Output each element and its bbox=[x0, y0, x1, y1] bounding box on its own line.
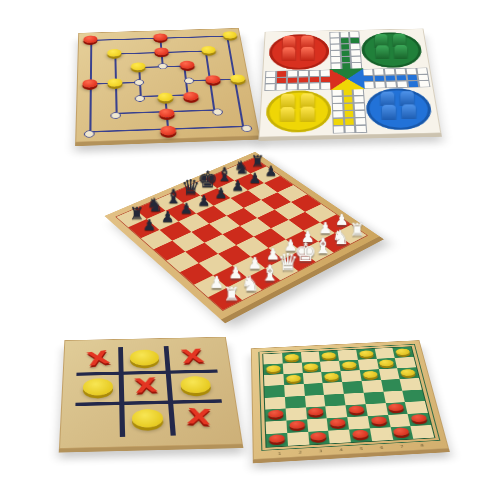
checkers-square bbox=[287, 431, 309, 445]
ludo-cell bbox=[349, 31, 360, 37]
nine-mens-morris-board bbox=[75, 28, 260, 142]
ludo-cell bbox=[287, 64, 298, 71]
page: { "game": "5-in-1 wooden board game set:… bbox=[0, 0, 500, 500]
ludo-cell bbox=[266, 45, 277, 51]
ttt-x-piece: X bbox=[132, 374, 158, 398]
checkers-square bbox=[376, 357, 397, 368]
checkers-square bbox=[341, 370, 362, 382]
morris-point bbox=[134, 63, 144, 69]
morris-peg-yellow bbox=[107, 78, 122, 87]
ludo-cell bbox=[330, 50, 341, 56]
ludo-cell bbox=[382, 49, 393, 55]
morris-point bbox=[109, 50, 119, 56]
ludo-cell bbox=[390, 31, 401, 37]
ludo-cell bbox=[411, 30, 422, 36]
chess-piece-white-queen: ♛ bbox=[277, 250, 298, 273]
chess-square bbox=[247, 182, 277, 199]
ludo-cell bbox=[416, 67, 428, 74]
ludo-cell bbox=[396, 74, 408, 81]
checker-piece-red bbox=[411, 414, 428, 423]
checkers-square bbox=[264, 363, 284, 375]
checkers-square bbox=[307, 418, 329, 432]
checkers-coordinate-label: 4 bbox=[339, 447, 343, 451]
chess-scene: ♜♞♝♛♚♝♞♜♟♟♟♟♟♟♟♟♟♟♟♟♟♟♟♟♜♞♝♛♚♝♞♜ bbox=[92, 128, 387, 323]
ludo-cell bbox=[320, 76, 331, 83]
checkers-square bbox=[308, 430, 330, 444]
photo-background: ♜♞♝♛♚♝♞♜♟♟♟♟♟♟♟♟♟♟♟♟♟♟♟♟♜♞♝♛♚♝♞♜ XXXX 12… bbox=[0, 0, 500, 500]
ludo-cell bbox=[287, 51, 298, 57]
checker-piece-red bbox=[388, 403, 405, 411]
checkers-square bbox=[286, 419, 308, 433]
ttt-cell bbox=[74, 405, 125, 438]
ludo-cell bbox=[298, 32, 308, 38]
checkers-coordinate-label: 3 bbox=[318, 448, 322, 452]
morris-peg-red bbox=[182, 91, 198, 100]
chess-grid: ♜♞♝♛♚♝♞♜♟♟♟♟♟♟♟♟♟♟♟♟♟♟♟♟♜♞♝♛♚♝♞♜ bbox=[116, 157, 366, 309]
ttt-cell: X bbox=[168, 345, 217, 374]
ludo-cell bbox=[298, 70, 309, 77]
morris-point bbox=[232, 75, 243, 82]
ludo-pawn-red bbox=[301, 36, 313, 50]
ttt-cell: X bbox=[76, 347, 123, 376]
ludo-cell bbox=[309, 63, 320, 70]
ludo-cell bbox=[319, 32, 329, 38]
ludo-cell bbox=[287, 70, 298, 77]
ludo-cell bbox=[361, 43, 372, 49]
checkers-square bbox=[266, 432, 288, 446]
ludo-cell bbox=[267, 33, 278, 39]
ludo-cell bbox=[319, 44, 330, 50]
ludo-cell bbox=[319, 57, 330, 64]
ludo-cell bbox=[373, 62, 384, 69]
checkers-square bbox=[324, 393, 345, 406]
ludo-cell bbox=[277, 45, 288, 51]
checkers-square bbox=[381, 379, 403, 391]
checkers-square bbox=[285, 395, 306, 408]
ludo-cell bbox=[329, 44, 340, 50]
ludo-cell bbox=[351, 56, 362, 63]
checkers-square bbox=[285, 407, 306, 420]
ludo-cell bbox=[267, 39, 278, 45]
ludo-cell bbox=[331, 96, 343, 103]
ludo-pawn-red bbox=[283, 36, 295, 50]
chess-piece-black-queen: ♛ bbox=[181, 177, 200, 198]
ludo-cell bbox=[340, 56, 351, 63]
ludo-cell bbox=[265, 77, 276, 84]
ludo-cell bbox=[319, 63, 330, 70]
ludo-cell bbox=[329, 32, 340, 38]
ludo-cell bbox=[298, 57, 309, 64]
ttt-cell bbox=[170, 373, 221, 404]
checker-piece-red bbox=[352, 429, 369, 438]
checkers-square bbox=[326, 405, 348, 418]
morris-peg-red bbox=[205, 75, 221, 84]
checkers-square bbox=[390, 426, 413, 440]
ludo-pawn-green bbox=[376, 45, 389, 60]
ludo-cell bbox=[372, 49, 383, 55]
checkers-square bbox=[383, 390, 405, 403]
ludo-cell bbox=[395, 68, 407, 75]
chess-square bbox=[213, 197, 243, 215]
chess-piece-white-knight: ♞ bbox=[241, 272, 260, 293]
ludo-cell bbox=[372, 55, 383, 62]
ludo-cell bbox=[309, 83, 320, 90]
ludo-cell bbox=[341, 62, 352, 69]
ludo-cell bbox=[370, 37, 381, 43]
ludo-cell bbox=[351, 62, 362, 69]
checkers-coordinate-label: 7 bbox=[399, 443, 403, 447]
checkers-square bbox=[395, 357, 416, 368]
checkers-coordinate-label: 5 bbox=[359, 446, 363, 450]
tic-tac-toe-board: XXXX bbox=[58, 337, 242, 449]
ludo-pawn-green bbox=[375, 34, 387, 48]
checkers-square bbox=[400, 378, 422, 390]
chess-piece-black-pawn: ♟ bbox=[214, 186, 227, 200]
chess-square bbox=[243, 199, 274, 217]
ludo-cell bbox=[400, 30, 411, 36]
ttt-x-piece: X bbox=[84, 346, 112, 370]
ludo-cell bbox=[386, 81, 398, 88]
checkers-square bbox=[327, 417, 349, 431]
ludo-pawn-yellow bbox=[281, 107, 295, 123]
ludo-cell bbox=[362, 62, 373, 69]
morris-peg-yellow bbox=[201, 45, 216, 53]
ludo-cell bbox=[341, 69, 352, 76]
ludo-cell bbox=[381, 43, 392, 49]
ludo-cell bbox=[425, 123, 438, 131]
chess-square bbox=[260, 192, 290, 210]
ludo-cell bbox=[402, 42, 413, 48]
checkers-square bbox=[342, 381, 363, 393]
checker-piece-yellow bbox=[395, 348, 411, 355]
ludo-cell bbox=[309, 50, 320, 56]
ludo-cell bbox=[319, 69, 330, 76]
ludo-cell bbox=[309, 44, 320, 50]
ludo-cell bbox=[330, 56, 341, 63]
checkers-square bbox=[378, 368, 399, 380]
morris-peg-red bbox=[83, 35, 97, 43]
chess-square bbox=[195, 205, 226, 223]
morris-point bbox=[156, 48, 166, 54]
chess-square: ♟ bbox=[234, 173, 263, 190]
ludo-pawn-green bbox=[395, 45, 408, 60]
ludo-pawn-blue bbox=[382, 105, 396, 121]
ludo-cell bbox=[276, 64, 287, 71]
chess-piece-black-pawn: ♟ bbox=[160, 209, 173, 224]
chess-piece-black-knight: ♞ bbox=[146, 195, 163, 214]
checkers-square bbox=[344, 392, 366, 405]
ludo-cell bbox=[380, 31, 391, 37]
chess-piece-black-pawn: ♟ bbox=[248, 171, 261, 185]
chess-piece-white-pawn: ♟ bbox=[247, 255, 261, 271]
chess-square: ♟ bbox=[183, 195, 213, 213]
checker-piece-red bbox=[308, 407, 324, 415]
checkers-square bbox=[300, 351, 320, 362]
checkers-square bbox=[304, 394, 325, 407]
chess-piece-white-pawn: ♟ bbox=[209, 274, 224, 290]
ttt-cell bbox=[122, 346, 170, 375]
ttt-cell: X bbox=[123, 374, 173, 405]
checkers-square bbox=[345, 403, 367, 416]
ludo-cell bbox=[288, 45, 299, 51]
tic-tac-toe-scene: XXXX bbox=[50, 315, 245, 463]
ludo-cell bbox=[393, 49, 404, 55]
morris-peg-red bbox=[82, 79, 97, 88]
chess-square bbox=[230, 190, 260, 207]
checkers-square bbox=[263, 353, 282, 364]
chess-square: ♟ bbox=[250, 166, 279, 182]
checkers-square bbox=[411, 424, 435, 438]
checkers-coordinate-label: 6 bbox=[379, 444, 383, 448]
ludo-cell bbox=[381, 37, 392, 43]
checkers-scene: 12345678 bbox=[243, 322, 443, 467]
chess-square bbox=[290, 194, 320, 212]
ludo-cell bbox=[354, 110, 366, 118]
checkers-board: 12345678 bbox=[251, 340, 449, 459]
checker-piece-red bbox=[370, 416, 387, 425]
checker-piece-yellow bbox=[358, 349, 373, 356]
chess-square: ♞ bbox=[221, 164, 250, 180]
ludo-pawn-green bbox=[393, 34, 405, 48]
ludo-pawn-red bbox=[301, 47, 314, 62]
ludo-cell bbox=[330, 69, 341, 76]
checkers-square bbox=[360, 369, 381, 381]
chess-square: ♟ bbox=[217, 180, 247, 197]
checkers-square bbox=[347, 415, 369, 428]
checkers-square bbox=[305, 406, 326, 419]
ludo-cell bbox=[265, 71, 276, 78]
ludo-cell bbox=[362, 56, 373, 63]
checker-piece-yellow bbox=[324, 372, 339, 380]
chess-board: ♜♞♝♛♚♝♞♜♟♟♟♟♟♟♟♟♟♟♟♟♟♟♟♟♜♞♝♛♚♝♞♜ bbox=[104, 151, 379, 319]
ludo-cell bbox=[413, 42, 424, 48]
checkers-square bbox=[283, 362, 303, 374]
ludo-cell bbox=[277, 51, 288, 58]
checkers-square bbox=[337, 349, 357, 360]
morris-peg-red bbox=[154, 47, 169, 55]
morris-point bbox=[204, 47, 214, 53]
chess-piece-black-bishop: ♝ bbox=[216, 164, 233, 183]
ludo-cell bbox=[288, 33, 298, 39]
ludo-cell bbox=[277, 39, 288, 45]
checkers-square bbox=[374, 347, 395, 358]
ttt-o-piece bbox=[82, 378, 112, 396]
checkers-square bbox=[367, 414, 390, 427]
ludo-cell bbox=[308, 38, 318, 44]
ludo-cell bbox=[350, 37, 361, 43]
ludo-pawn-red bbox=[283, 47, 296, 62]
ludo-cell bbox=[340, 50, 351, 56]
morris-point bbox=[158, 63, 168, 69]
chess-square: ♛ bbox=[170, 186, 200, 203]
chess-piece-black-king: ♚ bbox=[197, 168, 217, 191]
chess-piece-black-rook: ♜ bbox=[250, 153, 264, 169]
morris-point bbox=[86, 36, 96, 42]
ludo-cell bbox=[276, 70, 287, 77]
chess-piece-black-pawn: ♟ bbox=[264, 164, 277, 178]
ludo-cell bbox=[394, 61, 406, 68]
checkers-square bbox=[265, 396, 286, 409]
ludo-cell bbox=[403, 49, 414, 55]
checkers-square bbox=[303, 383, 324, 395]
checker-piece-yellow bbox=[362, 370, 378, 378]
chess-square: ♝ bbox=[153, 193, 183, 211]
checker-piece-yellow bbox=[321, 351, 336, 358]
checkers-square bbox=[282, 352, 302, 363]
ludo-cell bbox=[309, 70, 320, 77]
chess-piece-black-pawn: ♟ bbox=[231, 178, 244, 192]
chess-square bbox=[277, 184, 307, 201]
ludo-cell bbox=[384, 68, 396, 75]
checker-piece-yellow bbox=[341, 361, 356, 368]
checker-piece-red bbox=[268, 409, 284, 417]
ludo-cell bbox=[401, 36, 412, 42]
checkers-square bbox=[339, 359, 360, 370]
ludo-cell bbox=[288, 39, 299, 45]
morris-point bbox=[182, 62, 192, 68]
ludo-yard-red bbox=[268, 34, 329, 71]
checker-piece-red bbox=[310, 432, 327, 441]
chess-square: ♟ bbox=[165, 203, 195, 221]
checkers-square bbox=[328, 429, 351, 443]
ludo-board bbox=[259, 29, 442, 138]
checkers-square bbox=[265, 408, 286, 421]
checker-piece-yellow bbox=[284, 353, 299, 360]
ludo-cell bbox=[351, 50, 362, 56]
checkers-square bbox=[358, 358, 379, 369]
chess-square: ♝ bbox=[205, 171, 234, 187]
checkers-square bbox=[320, 360, 340, 372]
checkers-square bbox=[283, 373, 303, 385]
morris-peg-red bbox=[179, 60, 195, 68]
ludo-cell bbox=[361, 49, 372, 55]
checkers-square bbox=[284, 384, 304, 396]
ludo-cell bbox=[319, 50, 330, 56]
morris-peg-yellow bbox=[131, 62, 146, 70]
checkers-coordinate-label: 1 bbox=[277, 450, 281, 454]
chess-square: ♚ bbox=[188, 178, 217, 195]
checkers-square bbox=[393, 346, 414, 357]
morris-connector-right bbox=[187, 78, 236, 81]
ludo-cell bbox=[309, 57, 320, 64]
ludo-cell bbox=[329, 38, 340, 44]
ludo-cell bbox=[339, 38, 350, 44]
ludo-cell bbox=[406, 68, 418, 75]
checker-piece-yellow bbox=[400, 368, 416, 375]
ludo-cell bbox=[413, 48, 425, 54]
chess-square bbox=[226, 207, 257, 225]
ludo-cell bbox=[308, 32, 318, 38]
checkers-square bbox=[365, 402, 387, 415]
ludo-cell bbox=[412, 36, 423, 42]
ludo-cell bbox=[405, 61, 417, 68]
ludo-cell bbox=[352, 69, 363, 76]
ludo-cell bbox=[415, 61, 427, 68]
ludo-cell bbox=[343, 110, 355, 118]
checkers-square bbox=[356, 348, 376, 359]
ludo-cell bbox=[265, 64, 276, 71]
checker-piece-yellow bbox=[266, 364, 281, 371]
ludo-pawn-yellow bbox=[301, 107, 315, 123]
ludo-cell bbox=[298, 63, 309, 70]
chess-square bbox=[257, 209, 288, 227]
ludo-cell bbox=[330, 63, 341, 70]
checkers-coordinate-label: 8 bbox=[419, 442, 423, 446]
checkers-coordinate-label: 2 bbox=[298, 449, 302, 453]
ludo-cell bbox=[392, 43, 403, 49]
checker-piece-yellow bbox=[379, 359, 395, 366]
chess-piece-black-bishop: ♝ bbox=[164, 186, 181, 205]
ludo-cell bbox=[393, 55, 404, 62]
ttt-cell: X bbox=[173, 402, 226, 435]
ludo-cell bbox=[298, 45, 309, 51]
ludo-cell bbox=[383, 62, 394, 69]
checkers-square bbox=[264, 385, 284, 397]
ludo-cell bbox=[277, 33, 288, 39]
checkers-square bbox=[370, 427, 393, 441]
checkers-square bbox=[264, 374, 284, 386]
ludo-cell bbox=[340, 44, 351, 50]
checkers-square bbox=[385, 401, 408, 414]
chess-piece-white-bishop: ♝ bbox=[259, 262, 278, 284]
ttt-o-piece bbox=[131, 409, 163, 428]
morris-point bbox=[155, 34, 165, 40]
ludo-cell bbox=[414, 55, 426, 62]
morris-peg-red bbox=[153, 33, 168, 41]
ludo-cell bbox=[298, 38, 308, 44]
chess-square: ♟ bbox=[200, 188, 230, 205]
chess-piece-black-pawn: ♟ bbox=[179, 201, 192, 216]
ludo-pawn-blue bbox=[402, 104, 416, 120]
checker-piece-yellow bbox=[304, 362, 319, 369]
ludo-cell bbox=[370, 31, 381, 37]
ludo-cell bbox=[319, 38, 330, 44]
checkers-square bbox=[397, 367, 419, 379]
chess-square bbox=[274, 202, 305, 220]
checkers-square bbox=[301, 361, 321, 373]
morris-peg-yellow bbox=[222, 31, 237, 39]
checker-piece-red bbox=[289, 420, 305, 429]
checkers-square bbox=[402, 389, 424, 402]
ttt-o-piece bbox=[179, 376, 211, 394]
ludo-cell bbox=[350, 43, 361, 49]
ludo-cell bbox=[363, 68, 374, 75]
checkers-square bbox=[405, 400, 428, 413]
ttt-x-piece: X bbox=[186, 404, 212, 430]
chess-piece-black-knight: ♞ bbox=[233, 158, 249, 176]
checker-piece-red bbox=[330, 418, 347, 427]
morris-connector-top bbox=[159, 37, 164, 66]
ttt-cell bbox=[75, 375, 124, 406]
ludo-cell bbox=[266, 51, 277, 58]
chess-square bbox=[159, 221, 190, 240]
chess-piece-black-pawn: ♟ bbox=[196, 193, 209, 208]
morris-peg-yellow bbox=[107, 48, 122, 56]
chess-piece-white-rook: ♜ bbox=[349, 221, 365, 238]
ttt-x-piece: X bbox=[179, 345, 206, 368]
morris-point bbox=[225, 32, 235, 38]
checkers-square bbox=[266, 420, 287, 434]
morris-peg-yellow bbox=[230, 74, 246, 83]
ludo-cell bbox=[298, 51, 309, 57]
checkers-square bbox=[321, 371, 342, 383]
tic-tac-toe-grid: XXXX bbox=[74, 345, 226, 438]
checkers-grid bbox=[262, 346, 435, 447]
ludo-cell bbox=[339, 32, 350, 38]
checkers-square bbox=[302, 372, 322, 384]
ludo-cell bbox=[360, 37, 371, 43]
checker-piece-red bbox=[393, 427, 410, 436]
